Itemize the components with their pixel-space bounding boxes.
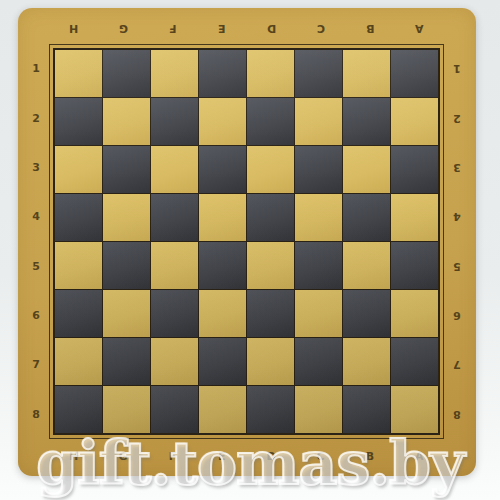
square-b4 [343, 194, 390, 241]
rank-label-right-1: 1 [453, 63, 461, 74]
rank-label-right-3: 3 [453, 162, 461, 173]
board-frame [49, 44, 444, 439]
square-e8 [199, 386, 246, 433]
square-c2 [295, 98, 342, 145]
square-f7 [151, 338, 198, 385]
square-h4 [55, 194, 102, 241]
square-b2 [343, 98, 390, 145]
square-h5 [55, 242, 102, 289]
file-label-top-e: E [218, 23, 226, 34]
square-c3 [295, 146, 342, 193]
file-label-top-f: F [169, 23, 177, 34]
square-f1 [151, 50, 198, 97]
square-h3 [55, 146, 102, 193]
square-b8 [343, 386, 390, 433]
square-g8 [103, 386, 150, 433]
rank-label-left-6: 6 [32, 310, 40, 321]
square-h7 [55, 338, 102, 385]
square-d5 [247, 242, 294, 289]
square-c8 [295, 386, 342, 433]
rank-label-left-5: 5 [32, 261, 40, 272]
square-g7 [103, 338, 150, 385]
file-label-top-a: A [415, 23, 424, 34]
square-d2 [247, 98, 294, 145]
square-a5 [391, 242, 438, 289]
square-b7 [343, 338, 390, 385]
square-a8 [391, 386, 438, 433]
square-d8 [247, 386, 294, 433]
square-a6 [391, 290, 438, 337]
square-e5 [199, 242, 246, 289]
rank-label-left-4: 4 [32, 211, 40, 222]
square-d4 [247, 194, 294, 241]
coords-bottom: HGFEDCBA [49, 447, 444, 465]
square-d7 [247, 338, 294, 385]
file-label-bottom-e: E [218, 451, 226, 462]
square-a4 [391, 194, 438, 241]
square-f3 [151, 146, 198, 193]
file-label-bottom-h: H [69, 451, 78, 462]
square-b5 [343, 242, 390, 289]
rank-label-right-8: 8 [453, 409, 461, 420]
coords-top: HGFEDCBA [49, 19, 444, 37]
square-e4 [199, 194, 246, 241]
square-a3 [391, 146, 438, 193]
square-f5 [151, 242, 198, 289]
square-b3 [343, 146, 390, 193]
rank-label-right-5: 5 [453, 261, 461, 272]
file-label-bottom-d: D [267, 451, 276, 462]
square-d6 [247, 290, 294, 337]
rank-label-left-7: 7 [32, 359, 40, 370]
coords-left: 12345678 [27, 44, 45, 439]
square-c6 [295, 290, 342, 337]
square-b6 [343, 290, 390, 337]
square-c1 [295, 50, 342, 97]
rank-label-left-8: 8 [32, 409, 40, 420]
square-g4 [103, 194, 150, 241]
product-photo: HGFEDCBA 12345678 12345678 HGFEDCBA gift… [0, 0, 500, 500]
square-d1 [247, 50, 294, 97]
square-d3 [247, 146, 294, 193]
square-h1 [55, 50, 102, 97]
square-h6 [55, 290, 102, 337]
file-label-top-b: B [366, 23, 374, 34]
square-g5 [103, 242, 150, 289]
rank-label-left-3: 3 [32, 162, 40, 173]
square-c5 [295, 242, 342, 289]
square-b1 [343, 50, 390, 97]
square-e3 [199, 146, 246, 193]
file-label-bottom-b: B [366, 451, 374, 462]
square-g3 [103, 146, 150, 193]
board-grid [55, 50, 438, 433]
rank-label-right-6: 6 [453, 310, 461, 321]
file-label-bottom-c: C [317, 451, 325, 462]
rank-label-left-1: 1 [32, 63, 40, 74]
square-a2 [391, 98, 438, 145]
square-f6 [151, 290, 198, 337]
file-label-bottom-g: G [119, 451, 128, 462]
board-frame-inner [53, 48, 440, 435]
square-e1 [199, 50, 246, 97]
file-label-top-d: D [267, 23, 276, 34]
square-h8 [55, 386, 102, 433]
square-g2 [103, 98, 150, 145]
coords-right: 12345678 [448, 44, 466, 439]
square-a1 [391, 50, 438, 97]
rank-label-left-2: 2 [32, 113, 40, 124]
rank-label-right-2: 2 [453, 113, 461, 124]
square-f2 [151, 98, 198, 145]
file-label-bottom-a: A [415, 451, 424, 462]
file-label-top-c: C [317, 23, 325, 34]
square-e2 [199, 98, 246, 145]
chessboard-mat: HGFEDCBA 12345678 12345678 HGFEDCBA [18, 8, 476, 476]
square-g6 [103, 290, 150, 337]
square-e6 [199, 290, 246, 337]
square-f8 [151, 386, 198, 433]
square-a7 [391, 338, 438, 385]
square-g1 [103, 50, 150, 97]
file-label-top-g: G [119, 23, 128, 34]
square-h2 [55, 98, 102, 145]
square-f4 [151, 194, 198, 241]
rank-label-right-4: 4 [453, 211, 461, 222]
file-label-top-h: H [69, 23, 78, 34]
square-c7 [295, 338, 342, 385]
square-c4 [295, 194, 342, 241]
file-label-bottom-f: F [169, 451, 177, 462]
square-e7 [199, 338, 246, 385]
rank-label-right-7: 7 [453, 359, 461, 370]
